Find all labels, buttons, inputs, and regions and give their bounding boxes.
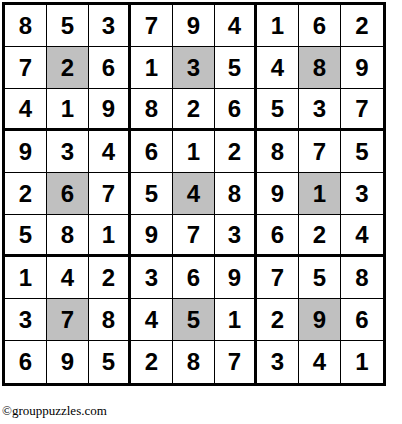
cell-r1c4[interactable]: 7	[131, 5, 173, 47]
cell-r5c2[interactable]: 6	[47, 173, 89, 215]
cell-r6c6[interactable]: 3	[215, 215, 257, 257]
cell-r5c7[interactable]: 9	[257, 173, 299, 215]
cell-r6c8[interactable]: 2	[299, 215, 341, 257]
cell-r6c5[interactable]: 7	[173, 215, 215, 257]
cell-r5c6[interactable]: 8	[215, 173, 257, 215]
cell-r2c3[interactable]: 6	[89, 47, 131, 89]
copyright-text: ©grouppuzzles.com	[2, 403, 107, 419]
cell-r2c7[interactable]: 4	[257, 47, 299, 89]
cell-r8c6[interactable]: 1	[215, 299, 257, 341]
cell-r8c7[interactable]: 2	[257, 299, 299, 341]
cell-r3c4[interactable]: 8	[131, 89, 173, 131]
cell-r6c4[interactable]: 9	[131, 215, 173, 257]
cell-r4c8[interactable]: 7	[299, 131, 341, 173]
cell-r6c9[interactable]: 4	[341, 215, 383, 257]
cell-r7c8[interactable]: 5	[299, 257, 341, 299]
cell-r9c3[interactable]: 5	[89, 341, 131, 383]
cell-r1c9[interactable]: 2	[341, 5, 383, 47]
cell-r7c2[interactable]: 4	[47, 257, 89, 299]
cell-r4c2[interactable]: 3	[47, 131, 89, 173]
cell-r2c4[interactable]: 1	[131, 47, 173, 89]
cell-r8c1[interactable]: 3	[5, 299, 47, 341]
cell-r1c1[interactable]: 8	[5, 5, 47, 47]
cell-r2c6[interactable]: 5	[215, 47, 257, 89]
cell-r3c2[interactable]: 1	[47, 89, 89, 131]
cell-r9c1[interactable]: 6	[5, 341, 47, 383]
cell-r2c2[interactable]: 2	[47, 47, 89, 89]
cell-r8c2[interactable]: 7	[47, 299, 89, 341]
cell-r4c1[interactable]: 9	[5, 131, 47, 173]
cell-r2c8[interactable]: 8	[299, 47, 341, 89]
cell-r9c9[interactable]: 1	[341, 341, 383, 383]
cell-r5c3[interactable]: 7	[89, 173, 131, 215]
cell-r4c4[interactable]: 6	[131, 131, 173, 173]
cell-r8c3[interactable]: 8	[89, 299, 131, 341]
cell-r3c5[interactable]: 2	[173, 89, 215, 131]
cell-r3c1[interactable]: 4	[5, 89, 47, 131]
cell-r7c6[interactable]: 9	[215, 257, 257, 299]
cell-r7c7[interactable]: 7	[257, 257, 299, 299]
cell-r5c4[interactable]: 5	[131, 173, 173, 215]
cell-r1c2[interactable]: 5	[47, 5, 89, 47]
cell-r1c6[interactable]: 4	[215, 5, 257, 47]
cell-r3c6[interactable]: 6	[215, 89, 257, 131]
cell-r1c3[interactable]: 3	[89, 5, 131, 47]
cell-r3c9[interactable]: 7	[341, 89, 383, 131]
cell-r9c7[interactable]: 3	[257, 341, 299, 383]
cell-r5c5[interactable]: 4	[173, 173, 215, 215]
cell-r5c1[interactable]: 2	[5, 173, 47, 215]
cell-r7c9[interactable]: 8	[341, 257, 383, 299]
cell-r6c2[interactable]: 8	[47, 215, 89, 257]
cell-r1c7[interactable]: 1	[257, 5, 299, 47]
cell-r9c8[interactable]: 4	[299, 341, 341, 383]
cell-r8c8[interactable]: 9	[299, 299, 341, 341]
cell-r9c6[interactable]: 7	[215, 341, 257, 383]
cell-r7c4[interactable]: 3	[131, 257, 173, 299]
cell-r2c9[interactable]: 9	[341, 47, 383, 89]
cell-r4c7[interactable]: 8	[257, 131, 299, 173]
cell-r1c5[interactable]: 9	[173, 5, 215, 47]
cell-r1c8[interactable]: 6	[299, 5, 341, 47]
cell-r9c2[interactable]: 9	[47, 341, 89, 383]
cell-r9c5[interactable]: 8	[173, 341, 215, 383]
cell-r4c6[interactable]: 2	[215, 131, 257, 173]
cell-r8c9[interactable]: 6	[341, 299, 383, 341]
cell-r8c4[interactable]: 4	[131, 299, 173, 341]
cell-r3c8[interactable]: 3	[299, 89, 341, 131]
cell-r3c3[interactable]: 9	[89, 89, 131, 131]
cell-r9c4[interactable]: 2	[131, 341, 173, 383]
cell-r2c5[interactable]: 3	[173, 47, 215, 89]
cell-r4c9[interactable]: 5	[341, 131, 383, 173]
cell-r6c7[interactable]: 6	[257, 215, 299, 257]
sudoku-page: 8537941627261354894198265379346128752675…	[0, 0, 402, 424]
cell-r7c3[interactable]: 2	[89, 257, 131, 299]
sudoku-board: 8537941627261354894198265379346128752675…	[2, 2, 386, 386]
cell-r5c8[interactable]: 1	[299, 173, 341, 215]
cell-r4c3[interactable]: 4	[89, 131, 131, 173]
cell-r5c9[interactable]: 3	[341, 173, 383, 215]
cell-r8c5[interactable]: 5	[173, 299, 215, 341]
cell-r6c3[interactable]: 1	[89, 215, 131, 257]
cell-r7c1[interactable]: 1	[5, 257, 47, 299]
cell-r4c5[interactable]: 1	[173, 131, 215, 173]
cell-r7c5[interactable]: 6	[173, 257, 215, 299]
cell-r2c1[interactable]: 7	[5, 47, 47, 89]
cell-r6c1[interactable]: 5	[5, 215, 47, 257]
cell-r3c7[interactable]: 5	[257, 89, 299, 131]
